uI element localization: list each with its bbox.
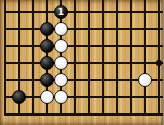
- grid-line-vertical: [102, 0, 103, 116]
- grid-line-vertical: [4, 0, 7, 116]
- go-board[interactable]: 1: [0, 0, 163, 125]
- black-stone[interactable]: [40, 22, 54, 36]
- move-number-label: 1: [58, 7, 64, 16]
- grid-line-horizontal: [4, 96, 164, 97]
- board-edge-line: [4, 113, 164, 116]
- white-stone[interactable]: [54, 90, 68, 104]
- black-stone-move-1[interactable]: 1: [54, 5, 68, 19]
- black-stone[interactable]: [40, 56, 54, 70]
- white-stone[interactable]: [54, 39, 68, 53]
- white-stone[interactable]: [40, 90, 54, 104]
- white-stone[interactable]: [54, 56, 68, 70]
- grid-line-horizontal: [4, 62, 164, 63]
- grid-line-vertical: [32, 0, 33, 116]
- white-stone[interactable]: [54, 73, 68, 87]
- white-stone[interactable]: [138, 73, 152, 87]
- grid-line-horizontal: [4, 11, 164, 12]
- grid-line-horizontal: [4, 45, 164, 46]
- grid-line-vertical: [116, 0, 117, 116]
- star-point-marker: [155, 59, 163, 67]
- white-stone[interactable]: [54, 22, 68, 36]
- grid-line-vertical: [144, 0, 145, 116]
- grid-line-vertical: [88, 0, 89, 116]
- grid-line-vertical: [74, 0, 75, 116]
- black-stone[interactable]: [40, 39, 54, 53]
- black-stone[interactable]: [40, 73, 54, 87]
- black-stone[interactable]: [12, 90, 26, 104]
- grid-line-horizontal: [4, 28, 164, 29]
- grid-line-vertical: [130, 0, 131, 116]
